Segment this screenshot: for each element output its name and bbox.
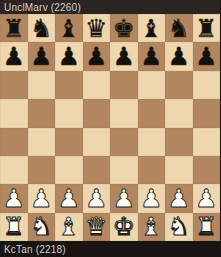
square-a4[interactable] [0, 128, 28, 156]
square-b3[interactable] [28, 156, 56, 184]
square-c3[interactable] [55, 156, 83, 184]
square-e4[interactable] [110, 128, 138, 156]
black-knight[interactable]: ♞ [168, 15, 190, 42]
square-d4[interactable] [83, 128, 111, 156]
square-b1[interactable]: ♞ [28, 213, 56, 241]
square-e7[interactable]: ♟ [110, 42, 138, 70]
square-f7[interactable]: ♟ [138, 42, 166, 70]
square-g5[interactable] [165, 99, 193, 127]
white-pawn[interactable]: ♟ [140, 185, 162, 212]
square-g6[interactable] [165, 71, 193, 99]
square-b2[interactable]: ♟ [28, 184, 56, 212]
black-pawn[interactable]: ♟ [113, 43, 135, 70]
square-d7[interactable]: ♟ [83, 42, 111, 70]
square-c2[interactable]: ♟ [55, 184, 83, 212]
chess-board[interactable]: ♜♞♝♛♚♝♞♜♟♟♟♟♟♟♟♟♟♟♟♟♟♟♟♟♜♞♝♛♚♝♞♜ [0, 14, 220, 241]
square-c8[interactable]: ♝ [55, 14, 83, 42]
top-player-bar: UnclMarv (2260) [0, 0, 220, 14]
square-f8[interactable]: ♝ [138, 14, 166, 42]
black-pawn[interactable]: ♟ [3, 43, 25, 70]
bottom-player-bar: KcTan (2218) [0, 241, 220, 257]
square-a6[interactable] [0, 71, 28, 99]
black-pawn[interactable]: ♟ [85, 43, 107, 70]
black-rook[interactable]: ♜ [3, 15, 25, 42]
black-rook[interactable]: ♜ [195, 15, 217, 42]
square-f6[interactable] [138, 71, 166, 99]
white-king[interactable]: ♚ [113, 213, 135, 240]
white-bishop[interactable]: ♝ [58, 213, 80, 240]
white-knight[interactable]: ♞ [30, 213, 52, 240]
square-f5[interactable] [138, 99, 166, 127]
black-king[interactable]: ♚ [113, 15, 135, 42]
square-f2[interactable]: ♟ [138, 184, 166, 212]
square-a7[interactable]: ♟ [0, 42, 28, 70]
square-c7[interactable]: ♟ [55, 42, 83, 70]
square-h8[interactable]: ♜ [193, 14, 221, 42]
white-pawn[interactable]: ♟ [30, 185, 52, 212]
black-pawn[interactable]: ♟ [195, 43, 217, 70]
square-f1[interactable]: ♝ [138, 213, 166, 241]
black-queen[interactable]: ♛ [85, 15, 107, 42]
top-player-label: UnclMarv (2260) [4, 2, 81, 13]
square-d3[interactable] [83, 156, 111, 184]
black-knight[interactable]: ♞ [30, 15, 52, 42]
square-a8[interactable]: ♜ [0, 14, 28, 42]
square-h1[interactable]: ♜ [193, 213, 221, 241]
square-c1[interactable]: ♝ [55, 213, 83, 241]
square-h5[interactable] [193, 99, 221, 127]
square-g2[interactable]: ♟ [165, 184, 193, 212]
square-a1[interactable]: ♜ [0, 213, 28, 241]
square-e2[interactable]: ♟ [110, 184, 138, 212]
square-b7[interactable]: ♟ [28, 42, 56, 70]
square-g3[interactable] [165, 156, 193, 184]
square-e8[interactable]: ♚ [110, 14, 138, 42]
square-a5[interactable] [0, 99, 28, 127]
square-b5[interactable] [28, 99, 56, 127]
black-pawn[interactable]: ♟ [58, 43, 80, 70]
square-d2[interactable]: ♟ [83, 184, 111, 212]
black-pawn[interactable]: ♟ [140, 43, 162, 70]
square-g1[interactable]: ♞ [165, 213, 193, 241]
square-g4[interactable] [165, 128, 193, 156]
white-pawn[interactable]: ♟ [85, 185, 107, 212]
square-b6[interactable] [28, 71, 56, 99]
white-pawn[interactable]: ♟ [113, 185, 135, 212]
square-d8[interactable]: ♛ [83, 14, 111, 42]
black-pawn[interactable]: ♟ [168, 43, 190, 70]
square-c5[interactable] [55, 99, 83, 127]
white-queen[interactable]: ♛ [85, 213, 107, 240]
white-pawn[interactable]: ♟ [195, 185, 217, 212]
black-bishop[interactable]: ♝ [58, 15, 80, 42]
square-c6[interactable] [55, 71, 83, 99]
square-d1[interactable]: ♛ [83, 213, 111, 241]
square-a3[interactable] [0, 156, 28, 184]
square-h6[interactable] [193, 71, 221, 99]
square-h7[interactable]: ♟ [193, 42, 221, 70]
square-h4[interactable] [193, 128, 221, 156]
square-f3[interactable] [138, 156, 166, 184]
square-g7[interactable]: ♟ [165, 42, 193, 70]
square-h2[interactable]: ♟ [193, 184, 221, 212]
square-a2[interactable]: ♟ [0, 184, 28, 212]
square-e5[interactable] [110, 99, 138, 127]
white-pawn[interactable]: ♟ [3, 185, 25, 212]
white-pawn[interactable]: ♟ [58, 185, 80, 212]
square-c4[interactable] [55, 128, 83, 156]
black-pawn[interactable]: ♟ [30, 43, 52, 70]
square-h3[interactable] [193, 156, 221, 184]
square-f4[interactable] [138, 128, 166, 156]
square-b4[interactable] [28, 128, 56, 156]
square-g8[interactable]: ♞ [165, 14, 193, 42]
square-e3[interactable] [110, 156, 138, 184]
white-rook[interactable]: ♜ [3, 213, 25, 240]
white-rook[interactable]: ♜ [195, 213, 217, 240]
white-knight[interactable]: ♞ [168, 213, 190, 240]
black-bishop[interactable]: ♝ [140, 15, 162, 42]
square-d6[interactable] [83, 71, 111, 99]
bottom-player-label: KcTan (2218) [4, 244, 66, 255]
white-bishop[interactable]: ♝ [140, 213, 162, 240]
white-pawn[interactable]: ♟ [168, 185, 190, 212]
square-b8[interactable]: ♞ [28, 14, 56, 42]
square-e1[interactable]: ♚ [110, 213, 138, 241]
square-d5[interactable] [83, 99, 111, 127]
square-e6[interactable] [110, 71, 138, 99]
